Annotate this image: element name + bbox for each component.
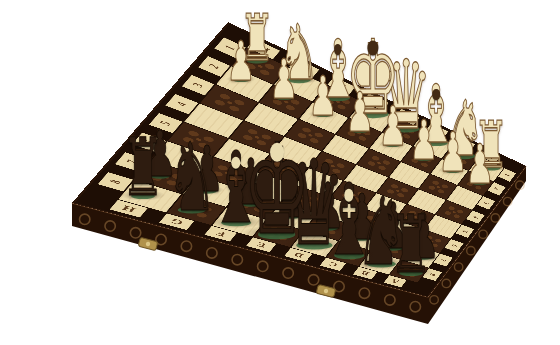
piece-white-pawn-h2[interactable]: ♟ [227,34,256,88]
finial-tip [432,89,440,99]
finial-tip [270,143,284,162]
piece-white-pawn-g2[interactable]: ♟ [270,52,299,106]
finial-tip [231,156,240,169]
piece-white-pawn-a2[interactable]: ♟ [465,137,494,191]
finial-tip [344,189,353,202]
piece-white-pawn-c2[interactable]: ♟ [409,113,438,167]
piece-white-pawn-e2[interactable]: ♟ [345,85,374,139]
piece-white-pawn-f2[interactable]: ♟ [309,69,338,123]
wooden-chess-set-photo: HGFEDCBA1122334455667788HGFEDCBA ♜♞♝♛♚♝♞… [0,0,560,345]
piece-white-pawn-d2[interactable]: ♟ [378,99,407,153]
piece-black-rook-h8[interactable]: ♜ [122,129,165,209]
piece-white-pawn-b2[interactable]: ♟ [438,125,467,179]
pieces-layer: ♜♞♝♛♚♝♞♜♟♟♟♟♟♟♟♟♟♟♟♟♟♟♟♟♜♞♝♛♚♝♞♜ [0,0,560,345]
piece-black-knight-g8[interactable]: ♞ [166,130,217,225]
finial-tip [334,44,342,54]
